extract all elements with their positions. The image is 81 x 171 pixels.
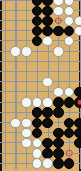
- board-point[interactable]: [74, 67, 81, 77]
- board-point[interactable]: [10, 26, 21, 36]
- white-stone: [74, 16, 81, 26]
- board-point[interactable]: [53, 97, 64, 107]
- board-point[interactable]: [42, 158, 53, 168]
- board-point[interactable]: [10, 77, 21, 87]
- board-point[interactable]: [74, 26, 81, 36]
- black-stone: [42, 16, 52, 26]
- board-point[interactable]: [0, 97, 10, 107]
- board-point[interactable]: [74, 6, 81, 16]
- black-stone: [53, 97, 63, 107]
- board-point[interactable]: [64, 158, 75, 168]
- board-point[interactable]: [53, 46, 64, 56]
- red-ring-marker: [55, 18, 62, 25]
- white-stone: [64, 87, 74, 97]
- board-point[interactable]: [74, 57, 81, 67]
- black-stone: [32, 16, 42, 26]
- board-point[interactable]: [42, 67, 53, 77]
- board-point[interactable]: [0, 158, 10, 168]
- white-stone: [32, 158, 42, 168]
- board-point[interactable]: [64, 118, 75, 128]
- board-point[interactable]: [21, 26, 32, 36]
- black-stone: [74, 87, 81, 97]
- white-stone: [42, 97, 52, 107]
- board-point[interactable]: [53, 87, 64, 97]
- black-stone: [53, 158, 63, 168]
- board-point[interactable]: [21, 107, 32, 117]
- board-point[interactable]: [10, 57, 21, 67]
- board-point[interactable]: [32, 118, 43, 128]
- board-point[interactable]: [74, 128, 81, 138]
- board-point[interactable]: [42, 148, 53, 158]
- board-point[interactable]: [74, 97, 81, 107]
- board-point[interactable]: [10, 87, 21, 97]
- white-stone: [21, 118, 31, 128]
- board-point[interactable]: [74, 118, 81, 128]
- black-stone: [53, 138, 63, 148]
- red-ring-marker: [66, 150, 73, 157]
- white-stone: [42, 36, 52, 46]
- board-point[interactable]: [10, 148, 21, 158]
- board-point[interactable]: [64, 16, 75, 26]
- board-point[interactable]: [21, 6, 32, 16]
- white-stone: [53, 87, 63, 97]
- board-point[interactable]: [53, 107, 64, 117]
- black-stone: [64, 97, 74, 107]
- board-point[interactable]: [64, 107, 75, 117]
- black-stone: [42, 138, 52, 148]
- board-point[interactable]: [21, 148, 32, 158]
- board-point[interactable]: [64, 46, 75, 56]
- board-point[interactable]: [21, 36, 32, 46]
- board-point[interactable]: [10, 128, 21, 138]
- board-point[interactable]: [32, 77, 43, 87]
- board-point[interactable]: [53, 128, 64, 138]
- board-point[interactable]: [32, 6, 43, 16]
- board-point[interactable]: [0, 148, 10, 158]
- board-point[interactable]: [21, 16, 32, 26]
- black-stone: [42, 118, 52, 128]
- board-point[interactable]: [53, 57, 64, 67]
- black-stone: [74, 118, 81, 128]
- board-point[interactable]: [32, 26, 43, 36]
- board-point[interactable]: [64, 67, 75, 77]
- board-point[interactable]: [21, 67, 32, 77]
- go-board-screenshot: [0, 0, 81, 171]
- white-stone: [64, 36, 74, 46]
- board-point[interactable]: [0, 128, 10, 138]
- board-point[interactable]: [74, 158, 81, 168]
- board-point[interactable]: [42, 36, 53, 46]
- board-point[interactable]: [32, 67, 43, 77]
- black-stone: [74, 138, 81, 148]
- board-point[interactable]: [21, 97, 32, 107]
- board-point[interactable]: [0, 36, 10, 46]
- board-point[interactable]: [21, 77, 32, 87]
- board-point[interactable]: [74, 36, 81, 46]
- white-stone: [21, 128, 31, 138]
- board-point[interactable]: [64, 148, 75, 158]
- board-point[interactable]: [32, 36, 43, 46]
- board-point[interactable]: [10, 6, 21, 16]
- board-point[interactable]: [21, 57, 32, 67]
- board-point[interactable]: [74, 46, 81, 56]
- board-point[interactable]: [42, 118, 53, 128]
- board-point[interactable]: [53, 158, 64, 168]
- board-point[interactable]: [53, 16, 64, 26]
- black-stone: [64, 158, 74, 168]
- black-stone: [32, 118, 42, 128]
- white-stone: [10, 118, 20, 128]
- go-board[interactable]: [0, 0, 81, 171]
- board-point[interactable]: [10, 36, 21, 46]
- board-point[interactable]: [0, 16, 10, 26]
- board-point[interactable]: [32, 138, 43, 148]
- board-point[interactable]: [10, 67, 21, 77]
- board-point[interactable]: [64, 77, 75, 87]
- board-point[interactable]: [10, 97, 21, 107]
- board-point[interactable]: [21, 87, 32, 97]
- white-stone: [42, 77, 52, 87]
- black-stone: [53, 128, 63, 138]
- board-point[interactable]: [32, 87, 43, 97]
- board-point[interactable]: [74, 77, 81, 87]
- black-stone: [42, 6, 52, 16]
- board-point[interactable]: [64, 6, 75, 16]
- board-point[interactable]: [42, 6, 53, 16]
- board-point[interactable]: [42, 77, 53, 87]
- board-point[interactable]: [42, 16, 53, 26]
- black-stone: [32, 128, 42, 138]
- board-point[interactable]: [0, 57, 10, 67]
- black-stone: [42, 148, 52, 158]
- board-point[interactable]: [0, 6, 10, 16]
- board-point[interactable]: [32, 97, 43, 107]
- board-point[interactable]: [42, 46, 53, 56]
- board-point[interactable]: [64, 97, 75, 107]
- board-grid: [0, 0, 81, 169]
- white-stone: [21, 138, 31, 148]
- board-point[interactable]: [32, 158, 43, 168]
- board-point[interactable]: [21, 138, 32, 148]
- board-point[interactable]: [21, 46, 32, 56]
- board-point[interactable]: [32, 46, 43, 56]
- board-point[interactable]: [53, 0, 64, 6]
- board-point[interactable]: [42, 128, 53, 138]
- black-stone: [64, 128, 74, 138]
- black-stone: [32, 107, 42, 117]
- board-point[interactable]: [21, 118, 32, 128]
- board-point[interactable]: [0, 107, 10, 117]
- board-point[interactable]: [32, 107, 43, 117]
- board-point[interactable]: [53, 77, 64, 87]
- board-point[interactable]: [32, 16, 43, 26]
- board-point[interactable]: [64, 138, 75, 148]
- board-point[interactable]: [53, 26, 64, 36]
- board-point[interactable]: [53, 148, 64, 158]
- black-stone: [53, 26, 63, 36]
- board-point[interactable]: [42, 138, 53, 148]
- white-stone: [74, 26, 81, 36]
- board-point[interactable]: [74, 138, 81, 148]
- board-point[interactable]: [0, 87, 10, 97]
- board-point[interactable]: [42, 87, 53, 97]
- board-point[interactable]: [21, 128, 32, 138]
- white-stone: [64, 6, 74, 16]
- red-dot-last-move-marker: [77, 100, 81, 105]
- black-stone: [53, 107, 63, 117]
- black-stone: [32, 6, 42, 16]
- black-stone: [32, 26, 42, 36]
- black-stone: [32, 36, 42, 46]
- black-stone: [42, 26, 52, 36]
- board-point[interactable]: [0, 118, 10, 128]
- board-point[interactable]: [0, 67, 10, 77]
- white-stone: [32, 138, 42, 148]
- board-point[interactable]: [10, 16, 21, 26]
- board-point[interactable]: [74, 148, 81, 158]
- board-point[interactable]: [10, 107, 21, 117]
- black-stone: [42, 107, 52, 117]
- board-point[interactable]: [10, 158, 21, 168]
- black-stone: [64, 26, 74, 36]
- board-point[interactable]: [53, 36, 64, 46]
- board-point[interactable]: [32, 57, 43, 67]
- board-point[interactable]: [0, 138, 10, 148]
- board-point[interactable]: [64, 57, 75, 67]
- board-point[interactable]: [0, 77, 10, 87]
- board-point[interactable]: [74, 16, 81, 26]
- board-point[interactable]: [10, 46, 21, 56]
- board-point[interactable]: [74, 87, 81, 97]
- board-point[interactable]: [10, 138, 21, 148]
- white-stone: [53, 6, 63, 16]
- board-point[interactable]: [32, 128, 43, 138]
- board-point[interactable]: [53, 6, 64, 16]
- board-point[interactable]: [53, 67, 64, 77]
- white-stone: [10, 46, 20, 56]
- board-point[interactable]: [0, 26, 10, 36]
- board-point[interactable]: [53, 138, 64, 148]
- white-stone: [32, 148, 42, 158]
- board-point[interactable]: [64, 128, 75, 138]
- white-stone: [21, 97, 31, 107]
- board-point[interactable]: [21, 158, 32, 168]
- white-stone: [32, 97, 42, 107]
- white-stone: [42, 158, 52, 168]
- board-point[interactable]: [64, 87, 75, 97]
- white-stone: [21, 46, 31, 56]
- black-stone: [74, 128, 81, 138]
- board-point[interactable]: [74, 107, 81, 117]
- board-point[interactable]: [0, 46, 10, 56]
- board-point[interactable]: [42, 107, 53, 117]
- board-point[interactable]: [10, 118, 21, 128]
- black-stone: [53, 148, 63, 158]
- white-stone: [64, 16, 74, 26]
- board-point[interactable]: [42, 26, 53, 36]
- board-point[interactable]: [64, 36, 75, 46]
- board-point[interactable]: [42, 57, 53, 67]
- board-point[interactable]: [32, 148, 43, 158]
- white-stone: [53, 46, 63, 56]
- board-point[interactable]: [42, 97, 53, 107]
- black-stone: [64, 118, 74, 128]
- board-point[interactable]: [64, 26, 75, 36]
- white-stone: [53, 0, 63, 6]
- board-point[interactable]: [53, 118, 64, 128]
